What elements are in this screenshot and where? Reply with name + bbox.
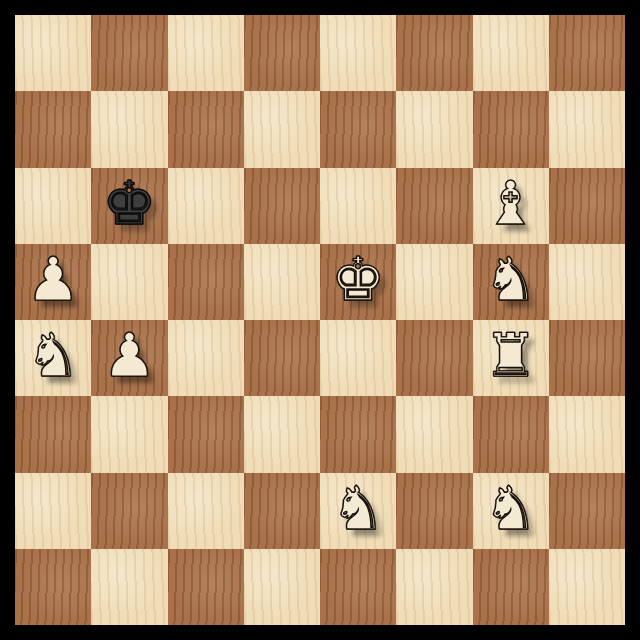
square-a2[interactable] (15, 473, 91, 549)
square-d6[interactable] (244, 168, 320, 244)
square-a5[interactable]: ♟ (15, 244, 91, 320)
square-h6[interactable] (549, 168, 625, 244)
square-f8[interactable] (396, 15, 472, 91)
square-g7[interactable] (473, 91, 549, 167)
square-c8[interactable] (168, 15, 244, 91)
square-a3[interactable] (15, 396, 91, 472)
square-c3[interactable] (168, 396, 244, 472)
square-d2[interactable] (244, 473, 320, 549)
square-f5[interactable] (396, 244, 472, 320)
square-h1[interactable] (549, 549, 625, 625)
white-knight-g5[interactable]: ♞ (484, 249, 538, 309)
square-e6[interactable] (320, 168, 396, 244)
square-c7[interactable] (168, 91, 244, 167)
square-h4[interactable] (549, 320, 625, 396)
black-king-b6[interactable]: ♚ (102, 173, 156, 233)
square-a8[interactable] (15, 15, 91, 91)
square-a1[interactable] (15, 549, 91, 625)
square-e8[interactable] (320, 15, 396, 91)
chess-board: ♚♝♟♚♞♞♟♜♞♞ (15, 15, 625, 625)
square-b3[interactable] (91, 396, 167, 472)
white-knight-e2[interactable]: ♞ (331, 478, 385, 538)
square-c1[interactable] (168, 549, 244, 625)
white-bishop-g6[interactable]: ♝ (484, 173, 538, 233)
square-d7[interactable] (244, 91, 320, 167)
white-pawn-a5[interactable]: ♟ (26, 249, 80, 309)
board-frame: ♚♝♟♚♞♞♟♜♞♞ (0, 0, 640, 640)
square-f2[interactable] (396, 473, 472, 549)
square-a6[interactable] (15, 168, 91, 244)
square-d8[interactable] (244, 15, 320, 91)
square-a7[interactable] (15, 91, 91, 167)
square-c6[interactable] (168, 168, 244, 244)
square-d3[interactable] (244, 396, 320, 472)
white-rook-g4[interactable]: ♜ (484, 325, 538, 385)
white-pawn-b4[interactable]: ♟ (102, 325, 156, 385)
square-h3[interactable] (549, 396, 625, 472)
square-f6[interactable] (396, 168, 472, 244)
square-b7[interactable] (91, 91, 167, 167)
square-b2[interactable] (91, 473, 167, 549)
square-d1[interactable] (244, 549, 320, 625)
square-d5[interactable] (244, 244, 320, 320)
square-h8[interactable] (549, 15, 625, 91)
square-g6[interactable]: ♝ (473, 168, 549, 244)
square-c2[interactable] (168, 473, 244, 549)
square-c5[interactable] (168, 244, 244, 320)
square-a4[interactable]: ♞ (15, 320, 91, 396)
square-f1[interactable] (396, 549, 472, 625)
square-e3[interactable] (320, 396, 396, 472)
square-c4[interactable] (168, 320, 244, 396)
white-knight-g2[interactable]: ♞ (484, 478, 538, 538)
square-g8[interactable] (473, 15, 549, 91)
square-g5[interactable]: ♞ (473, 244, 549, 320)
square-e1[interactable] (320, 549, 396, 625)
square-g2[interactable]: ♞ (473, 473, 549, 549)
square-b8[interactable] (91, 15, 167, 91)
square-e4[interactable] (320, 320, 396, 396)
square-g1[interactable] (473, 549, 549, 625)
square-h2[interactable] (549, 473, 625, 549)
square-e5[interactable]: ♚ (320, 244, 396, 320)
square-g4[interactable]: ♜ (473, 320, 549, 396)
square-b6[interactable]: ♚ (91, 168, 167, 244)
square-b5[interactable] (91, 244, 167, 320)
square-e2[interactable]: ♞ (320, 473, 396, 549)
square-b4[interactable]: ♟ (91, 320, 167, 396)
square-g3[interactable] (473, 396, 549, 472)
square-h5[interactable] (549, 244, 625, 320)
square-e7[interactable] (320, 91, 396, 167)
white-knight-a4[interactable]: ♞ (26, 325, 80, 385)
square-d4[interactable] (244, 320, 320, 396)
square-f3[interactable] (396, 396, 472, 472)
white-king-e5[interactable]: ♚ (331, 249, 385, 309)
square-h7[interactable] (549, 91, 625, 167)
square-f4[interactable] (396, 320, 472, 396)
square-b1[interactable] (91, 549, 167, 625)
square-f7[interactable] (396, 91, 472, 167)
